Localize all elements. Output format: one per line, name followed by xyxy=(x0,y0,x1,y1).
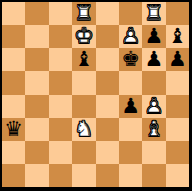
square-e3[interactable] xyxy=(96,118,119,141)
piece-white-pawn[interactable]: ♟♙ xyxy=(119,25,142,48)
piece-black-king[interactable]: ♚ xyxy=(119,48,142,71)
piece-black-pawn[interactable]: ♟ xyxy=(142,48,165,71)
white-knight-glyph-outline: ♘ xyxy=(72,118,95,141)
square-c4[interactable] xyxy=(49,95,72,118)
square-e4[interactable] xyxy=(96,95,119,118)
square-b6[interactable] xyxy=(25,48,48,71)
piece-black-queen[interactable]: ♛ xyxy=(2,118,25,141)
square-b2[interactable] xyxy=(25,141,48,164)
square-d1[interactable] xyxy=(72,164,95,187)
piece-black-bishop[interactable]: ♝ xyxy=(72,48,95,71)
white-rook-glyph-outline: ♖ xyxy=(142,2,165,25)
square-h6[interactable]: ♟ xyxy=(166,48,189,71)
white-bishop-glyph-outline: ♗ xyxy=(142,118,165,141)
square-d2[interactable] xyxy=(72,141,95,164)
square-f4[interactable]: ♟ xyxy=(119,95,142,118)
square-a7[interactable] xyxy=(2,25,25,48)
piece-black-pawn[interactable]: ♟ xyxy=(142,25,165,48)
square-c3[interactable] xyxy=(49,118,72,141)
chess-board: ♜♖♜♖♚♔♟♙♟♝♝♚♟♟♟♟♙♛♞♘♝♗ xyxy=(2,2,189,187)
square-g8[interactable]: ♜♖ xyxy=(142,2,165,25)
square-e1[interactable] xyxy=(96,164,119,187)
square-d3[interactable]: ♞♘ xyxy=(72,118,95,141)
piece-white-bishop[interactable]: ♝♗ xyxy=(142,118,165,141)
square-b7[interactable] xyxy=(25,25,48,48)
square-f1[interactable] xyxy=(119,164,142,187)
square-f8[interactable] xyxy=(119,2,142,25)
square-a5[interactable] xyxy=(2,71,25,94)
black-pawn-glyph: ♟ xyxy=(119,95,142,118)
black-pawn-glyph: ♟ xyxy=(142,25,165,48)
chess-board-frame: ♜♖♜♖♚♔♟♙♟♝♝♚♟♟♟♟♙♛♞♘♝♗ xyxy=(0,0,192,191)
square-h8[interactable] xyxy=(166,2,189,25)
square-b8[interactable] xyxy=(25,2,48,25)
square-h4[interactable] xyxy=(166,95,189,118)
square-f6[interactable]: ♚ xyxy=(119,48,142,71)
square-g1[interactable] xyxy=(142,164,165,187)
square-g4[interactable]: ♟♙ xyxy=(142,95,165,118)
square-g7[interactable]: ♟ xyxy=(142,25,165,48)
square-b3[interactable] xyxy=(25,118,48,141)
square-d6[interactable]: ♝ xyxy=(72,48,95,71)
square-b5[interactable] xyxy=(25,71,48,94)
square-e2[interactable] xyxy=(96,141,119,164)
square-e6[interactable] xyxy=(96,48,119,71)
square-c1[interactable] xyxy=(49,164,72,187)
square-d4[interactable] xyxy=(72,95,95,118)
square-a6[interactable] xyxy=(2,48,25,71)
square-a2[interactable] xyxy=(2,141,25,164)
square-h1[interactable] xyxy=(166,164,189,187)
square-a3[interactable]: ♛ xyxy=(2,118,25,141)
square-d7[interactable]: ♚♔ xyxy=(72,25,95,48)
square-e7[interactable] xyxy=(96,25,119,48)
square-h2[interactable] xyxy=(166,141,189,164)
piece-black-pawn[interactable]: ♟ xyxy=(166,48,189,71)
square-a1[interactable] xyxy=(2,164,25,187)
square-c8[interactable] xyxy=(49,2,72,25)
piece-white-king[interactable]: ♚♔ xyxy=(72,25,95,48)
square-g3[interactable]: ♝♗ xyxy=(142,118,165,141)
black-bishop-glyph: ♝ xyxy=(166,25,189,48)
square-f7[interactable]: ♟♙ xyxy=(119,25,142,48)
square-a4[interactable] xyxy=(2,95,25,118)
square-g2[interactable] xyxy=(142,141,165,164)
white-pawn-glyph-outline: ♙ xyxy=(119,25,142,48)
square-c5[interactable] xyxy=(49,71,72,94)
square-g6[interactable]: ♟ xyxy=(142,48,165,71)
square-g5[interactable] xyxy=(142,71,165,94)
black-pawn-glyph: ♟ xyxy=(166,48,189,71)
piece-white-rook[interactable]: ♜♖ xyxy=(142,2,165,25)
black-bishop-glyph: ♝ xyxy=(72,48,95,71)
square-h7[interactable]: ♝ xyxy=(166,25,189,48)
black-pawn-glyph: ♟ xyxy=(142,48,165,71)
square-f5[interactable] xyxy=(119,71,142,94)
square-b1[interactable] xyxy=(25,164,48,187)
square-h3[interactable] xyxy=(166,118,189,141)
square-d5[interactable] xyxy=(72,71,95,94)
square-c6[interactable] xyxy=(49,48,72,71)
black-king-glyph: ♚ xyxy=(119,48,142,71)
piece-black-bishop[interactable]: ♝ xyxy=(166,25,189,48)
piece-white-pawn[interactable]: ♟♙ xyxy=(142,95,165,118)
square-c2[interactable] xyxy=(49,141,72,164)
piece-white-knight[interactable]: ♞♘ xyxy=(72,118,95,141)
square-e5[interactable] xyxy=(96,71,119,94)
square-f2[interactable] xyxy=(119,141,142,164)
square-f3[interactable] xyxy=(119,118,142,141)
white-king-glyph-outline: ♔ xyxy=(72,25,95,48)
square-c7[interactable] xyxy=(49,25,72,48)
black-queen-glyph: ♛ xyxy=(2,118,25,141)
white-rook-glyph-outline: ♖ xyxy=(72,2,95,25)
square-d8[interactable]: ♜♖ xyxy=(72,2,95,25)
square-b4[interactable] xyxy=(25,95,48,118)
white-pawn-glyph-outline: ♙ xyxy=(142,95,165,118)
square-h5[interactable] xyxy=(166,71,189,94)
piece-black-pawn[interactable]: ♟ xyxy=(119,95,142,118)
piece-white-rook[interactable]: ♜♖ xyxy=(72,2,95,25)
square-e8[interactable] xyxy=(96,2,119,25)
square-a8[interactable] xyxy=(2,2,25,25)
